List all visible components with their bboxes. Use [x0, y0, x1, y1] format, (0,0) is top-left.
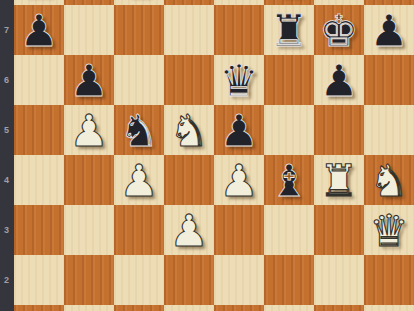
square-b5: ♟	[64, 105, 114, 155]
square-g5	[314, 105, 364, 155]
square-f2	[264, 255, 314, 305]
square-f4: ♝	[264, 155, 314, 205]
square-f3	[264, 205, 314, 255]
black-pawn-b6: ♟	[69, 56, 108, 106]
square-d1	[164, 305, 214, 311]
square-h1	[364, 305, 414, 311]
square-c1	[114, 305, 164, 311]
square-e3	[214, 205, 264, 255]
rank-label-4: 4	[0, 155, 13, 205]
square-d4	[164, 155, 214, 205]
square-g7: ♚	[314, 5, 364, 55]
white-king-g1: ♚	[319, 306, 358, 311]
square-h2	[364, 255, 414, 305]
white-pawn-e4: ♟	[219, 156, 258, 206]
square-b3	[64, 205, 114, 255]
square-c2	[114, 255, 164, 305]
square-b7	[64, 5, 114, 55]
square-b1	[64, 305, 114, 311]
square-g1: ♚	[314, 305, 364, 311]
square-f7: ♜	[264, 5, 314, 55]
square-e5: ♟	[214, 105, 264, 155]
square-d7	[164, 5, 214, 55]
black-bishop-f4: ♝	[269, 156, 308, 206]
square-f1	[264, 305, 314, 311]
white-pawn-b5: ♟	[69, 106, 108, 156]
rank-label-5: 5	[0, 105, 13, 155]
square-d6	[164, 55, 214, 105]
square-a4	[14, 155, 64, 205]
black-pawn-e5: ♟	[219, 106, 258, 156]
square-h5	[364, 105, 414, 155]
white-rook-g4: ♜	[319, 156, 358, 206]
square-a6	[14, 55, 64, 105]
square-a7: ♟	[14, 5, 64, 55]
rank-label-6: 6	[0, 55, 13, 105]
square-c5: ♞	[114, 105, 164, 155]
black-pawn-a7: ♟	[19, 6, 58, 56]
black-pawn-h7: ♟	[369, 6, 408, 56]
square-a2	[14, 255, 64, 305]
white-knight-d5: ♞	[169, 106, 208, 156]
square-c4: ♟	[114, 155, 164, 205]
square-b2	[64, 255, 114, 305]
rank-label-3: 3	[0, 205, 13, 255]
square-d5: ♞	[164, 105, 214, 155]
square-e1	[214, 305, 264, 311]
square-c8: ♝	[114, 0, 164, 5]
square-g2	[314, 255, 364, 305]
square-e2	[214, 255, 264, 305]
square-a1	[14, 305, 64, 311]
square-b6: ♟	[64, 55, 114, 105]
square-c3	[114, 205, 164, 255]
white-queen-h3: ♛	[369, 206, 408, 256]
rank-label-7: 7	[0, 5, 13, 55]
square-g3	[314, 205, 364, 255]
square-a3	[14, 205, 64, 255]
square-h4: ♞	[364, 155, 414, 205]
white-pawn-c4: ♟	[119, 156, 158, 206]
black-rook-f7: ♜	[269, 6, 308, 56]
square-a5	[14, 105, 64, 155]
black-bishop-c8: ♝	[119, 0, 158, 6]
square-b4	[64, 155, 114, 205]
black-queen-e6: ♛	[219, 56, 258, 106]
rank-label-2: 2	[0, 255, 13, 305]
black-knight-c5: ♞	[119, 106, 158, 156]
square-f5	[264, 105, 314, 155]
square-h3: ♛	[364, 205, 414, 255]
square-h7: ♟	[364, 5, 414, 55]
black-pawn-g6: ♟	[319, 56, 358, 106]
square-g4: ♜	[314, 155, 364, 205]
square-e4: ♟	[214, 155, 264, 205]
rank-coordinate-strip: 765432	[0, 0, 14, 311]
square-c7	[114, 5, 164, 55]
square-h6	[364, 55, 414, 105]
square-d3: ♟	[164, 205, 214, 255]
square-e7	[214, 5, 264, 55]
white-pawn-d3: ♟	[169, 206, 208, 256]
chess-diagram: ♜♝♞♟♜♚♟♟♛♟♟♞♞♟♟♟♝♜♞♟♛♚ 765432	[0, 0, 414, 311]
black-king-g7: ♚	[319, 6, 358, 56]
square-c6	[114, 55, 164, 105]
square-g6: ♟	[314, 55, 364, 105]
chess-board: ♜♝♞♟♜♚♟♟♛♟♟♞♞♟♟♟♝♜♞♟♛♚	[14, 0, 414, 311]
square-d2	[164, 255, 214, 305]
white-knight-h4: ♞	[369, 156, 408, 206]
square-f6	[264, 55, 314, 105]
square-e6: ♛	[214, 55, 264, 105]
